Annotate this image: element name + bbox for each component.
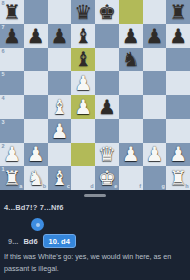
coord-rank-5: 5 (2, 72, 5, 78)
piece-black-rook: ♜ (3, 1, 21, 21)
piece-white-pawn: ♟ (3, 144, 21, 164)
bottom-sheet: 4...Bd7!? 7...Nf6 9... Bd6 10. d4 If thi… (0, 190, 190, 280)
moves-header[interactable]: 4...Bd7!? 7...Nf6 (4, 203, 64, 212)
piece-white-king: ♚ (98, 168, 116, 188)
square-b2[interactable]: ♟ (24, 143, 48, 167)
square-h1[interactable]: ♜h (166, 166, 190, 190)
piece-black-knight: ♞ (122, 49, 140, 69)
square-e2[interactable]: ♛ (95, 143, 119, 167)
square-g4[interactable] (143, 95, 167, 119)
chess-board: ♜8♛♚♜♟7♟♟♝♟♟♟6♝♞5♟4♝♟♟3♟♟2♟♛♟♟♟♜1a♞b♝cd♚… (0, 0, 190, 190)
square-h7[interactable]: ♟ (166, 24, 190, 48)
coord-rank-6: 6 (2, 49, 5, 55)
move-prev[interactable]: Bd6 (23, 237, 37, 246)
square-b6[interactable] (24, 48, 48, 72)
square-c8[interactable] (48, 0, 72, 24)
square-g8[interactable] (143, 0, 167, 24)
square-g5[interactable] (143, 71, 167, 95)
square-f8[interactable] (119, 0, 143, 24)
square-d3[interactable] (71, 119, 95, 143)
piece-white-knight: ♞ (27, 168, 45, 188)
piece-white-pawn: ♟ (145, 144, 163, 164)
square-h4[interactable] (166, 95, 190, 119)
sheet-drag-handle[interactable] (84, 194, 106, 197)
square-a8[interactable]: ♜8 (0, 0, 24, 24)
square-g2[interactable]: ♟ (143, 143, 167, 167)
square-a2[interactable]: ♟2 (0, 143, 24, 167)
piece-black-pawn: ♟ (50, 25, 68, 45)
piece-white-bishop: ♝ (50, 96, 68, 116)
square-d7[interactable]: ♝ (71, 24, 95, 48)
square-f5[interactable] (119, 71, 143, 95)
square-d6[interactable]: ♝ (71, 48, 95, 72)
coord-file-a: a (19, 184, 22, 190)
session-dot-inner (36, 223, 40, 227)
coord-file-d: d (90, 184, 93, 190)
square-c4[interactable]: ♝ (48, 95, 72, 119)
square-d1[interactable]: d (71, 166, 95, 190)
square-f7[interactable]: ♟ (119, 24, 143, 48)
piece-black-pawn: ♟ (3, 25, 21, 45)
square-d5[interactable]: ♟ (71, 71, 95, 95)
piece-black-rook: ♜ (169, 1, 187, 21)
square-f2[interactable]: ♟ (119, 143, 143, 167)
coord-rank-8: 8 (2, 1, 5, 7)
square-f1[interactable]: f (119, 166, 143, 190)
square-f4[interactable] (119, 95, 143, 119)
square-c2[interactable] (48, 143, 72, 167)
square-e3[interactable] (95, 119, 119, 143)
piece-black-queen: ♛ (74, 1, 92, 21)
coord-file-c: c (67, 184, 70, 190)
square-a1[interactable]: ♜1a (0, 166, 24, 190)
square-g7[interactable]: ♟ (143, 24, 167, 48)
square-h5[interactable] (166, 71, 190, 95)
coord-file-b: b (43, 184, 46, 190)
square-b4[interactable] (24, 95, 48, 119)
square-b5[interactable] (24, 71, 48, 95)
coord-rank-3: 3 (2, 120, 5, 126)
square-a7[interactable]: ♟7 (0, 24, 24, 48)
piece-black-bishop: ♝ (74, 49, 92, 69)
coord-rank-7: 7 (2, 25, 5, 31)
square-h3[interactable] (166, 119, 190, 143)
coach-comment: If this was White's go: yes, we would wi… (4, 251, 187, 274)
session-current-dot-icon (31, 218, 44, 231)
coord-rank-4: 4 (2, 96, 5, 102)
square-e4[interactable]: ♟ (95, 95, 119, 119)
square-b1[interactable]: ♞b (24, 166, 48, 190)
square-c1[interactable]: ♝c (48, 166, 72, 190)
square-e7[interactable] (95, 24, 119, 48)
piece-white-pawn: ♟ (74, 73, 92, 93)
square-f3[interactable] (119, 119, 143, 143)
square-d4[interactable]: ♟ (71, 95, 95, 119)
piece-black-pawn: ♟ (169, 25, 187, 45)
square-b8[interactable] (24, 0, 48, 24)
square-c3[interactable]: ♟ (48, 119, 72, 143)
square-c5[interactable] (48, 71, 72, 95)
piece-black-pawn: ♟ (122, 25, 140, 45)
piece-white-rook: ♜ (3, 168, 21, 188)
square-g3[interactable] (143, 119, 167, 143)
piece-black-king: ♚ (98, 1, 116, 21)
coord-file-e: e (114, 184, 117, 190)
coord-rank-2: 2 (2, 144, 5, 150)
square-h6[interactable] (166, 48, 190, 72)
piece-white-pawn: ♟ (122, 144, 140, 164)
square-c6[interactable] (48, 48, 72, 72)
piece-black-pawn: ♟ (27, 25, 45, 45)
square-a3[interactable]: 3 (0, 119, 24, 143)
move-current-pill[interactable]: 10. d4 (43, 234, 76, 248)
square-g1[interactable]: g (143, 166, 167, 190)
coord-rank-1: 1 (2, 167, 5, 173)
move-number: 9... (8, 237, 18, 246)
piece-black-bishop: ♝ (74, 25, 92, 45)
square-c7[interactable]: ♟ (48, 24, 72, 48)
piece-white-pawn: ♟ (27, 144, 45, 164)
square-e1[interactable]: ♚e (95, 166, 119, 190)
coord-file-f: f (139, 184, 141, 190)
piece-white-pawn: ♟ (169, 144, 187, 164)
piece-black-pawn: ♟ (145, 25, 163, 45)
square-e5[interactable] (95, 71, 119, 95)
square-a5[interactable]: 5 (0, 71, 24, 95)
coord-file-g: g (161, 184, 164, 190)
piece-black-pawn: ♟ (98, 96, 116, 116)
square-b7[interactable]: ♟ (24, 24, 48, 48)
piece-white-rook: ♜ (169, 168, 187, 188)
square-g6[interactable] (143, 48, 167, 72)
square-b3[interactable] (24, 119, 48, 143)
piece-white-pawn: ♟ (50, 120, 68, 140)
piece-white-pawn: ♟ (74, 96, 92, 116)
square-h8[interactable]: ♜ (166, 0, 190, 24)
piece-white-bishop: ♝ (50, 168, 68, 188)
coord-file-h: h (185, 184, 188, 190)
square-e6[interactable] (95, 48, 119, 72)
square-e8[interactable]: ♚ (95, 0, 119, 24)
move-list-row: 9... Bd6 10. d4 (8, 234, 76, 248)
square-a4[interactable]: 4 (0, 95, 24, 119)
square-h2[interactable]: ♟ (166, 143, 190, 167)
piece-white-queen: ♛ (98, 144, 116, 164)
square-d8[interactable]: ♛ (71, 0, 95, 24)
square-d2[interactable] (71, 143, 95, 167)
square-a6[interactable]: 6 (0, 48, 24, 72)
square-f6[interactable]: ♞ (119, 48, 143, 72)
